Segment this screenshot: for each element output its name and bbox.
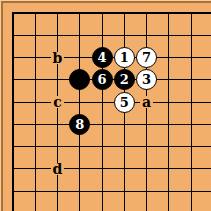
intersection [24,135,46,157]
intersection [46,69,68,91]
point-label-d: d [51,163,65,175]
intersection [24,180,46,202]
intersection [2,24,24,46]
intersection [135,180,157,202]
intersection [113,113,135,135]
intersection [180,91,202,113]
intersection [91,135,113,157]
intersection: 3 [135,69,157,91]
intersection: 2 [113,69,135,91]
intersection [180,24,202,46]
intersection [158,135,180,157]
intersection: 7 [135,46,157,68]
intersection [46,180,68,202]
intersection [113,24,135,46]
stone-black-6: 6 [92,69,113,90]
intersection [180,135,202,157]
intersection [2,113,24,135]
intersection [91,158,113,180]
intersection [91,2,113,24]
intersection [158,113,180,135]
intersection [46,24,68,46]
intersection: 4 [91,46,113,68]
intersection [91,91,113,113]
intersection [180,69,202,91]
intersection [69,24,91,46]
intersection [24,69,46,91]
stone-white-7: 7 [136,47,157,68]
intersection [158,158,180,180]
board-frame-top-shadow [1,1,211,3]
intersection [2,46,24,68]
intersection [113,158,135,180]
intersection [158,180,180,202]
stone-black [69,69,90,90]
point-label-b: b [51,52,65,64]
intersection [158,24,180,46]
intersection [69,91,91,113]
intersection [158,2,180,24]
intersection [113,135,135,157]
stone-white-1: 1 [114,47,135,68]
intersection: d [46,158,68,180]
intersection [158,46,180,68]
board-frame-left-shadow [1,1,3,211]
point-label-c: c [51,96,64,108]
intersection [135,2,157,24]
intersection [2,91,24,113]
point-label-a: a [140,96,153,108]
intersection [24,91,46,113]
stone-black-4: 4 [92,47,113,68]
intersection [180,113,202,135]
intersection [158,69,180,91]
intersection [180,180,202,202]
intersection: 5 [113,91,135,113]
intersection [69,2,91,24]
intersection [91,180,113,202]
intersection [158,91,180,113]
stone-grid: b417623c5a8d [2,2,202,202]
intersection [113,180,135,202]
intersection [69,135,91,157]
intersection: c [46,91,68,113]
intersection [135,158,157,180]
intersection [69,180,91,202]
intersection [91,113,113,135]
intersection [135,113,157,135]
intersection [180,2,202,24]
intersection [24,158,46,180]
intersection [2,158,24,180]
intersection [2,135,24,157]
stone-white-5: 5 [114,92,135,113]
intersection [135,24,157,46]
intersection [2,180,24,202]
intersection [69,46,91,68]
intersection [24,46,46,68]
intersection [46,2,68,24]
stone-black-8: 8 [69,114,90,135]
intersection [2,69,24,91]
intersection [69,69,91,91]
intersection [46,135,68,157]
intersection [24,2,46,24]
go-board-diagram: b417623c5a8d [0,0,211,211]
intersection [180,46,202,68]
intersection: 6 [91,69,113,91]
intersection [91,24,113,46]
intersection: 8 [69,113,91,135]
intersection [135,135,157,157]
stone-black-2: 2 [114,69,135,90]
intersection [69,158,91,180]
intersection [113,2,135,24]
intersection [24,113,46,135]
intersection: 1 [113,46,135,68]
intersection [24,24,46,46]
intersection [46,113,68,135]
intersection [180,158,202,180]
intersection: b [46,46,68,68]
intersection [2,2,24,24]
stone-white-3: 3 [136,69,157,90]
intersection: a [135,91,157,113]
